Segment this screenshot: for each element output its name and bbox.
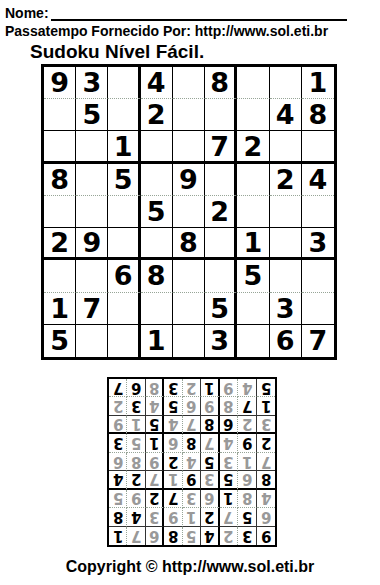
solution-given-digit: 1	[149, 434, 159, 452]
solution-solved-digit: 3	[186, 490, 196, 508]
solution-solved-digit: 4	[186, 453, 196, 471]
cell-r5c5[interactable]	[173, 196, 205, 228]
cell-r9c8: 6	[270, 325, 302, 357]
solution-given-digit: 6	[223, 416, 233, 433]
solution-given-digit: 3	[131, 397, 141, 415]
solution-given-digit: 9	[186, 471, 196, 488]
page-title: Sudoku Nível Fácil.	[30, 41, 204, 63]
cell-r2c9: 8	[302, 99, 334, 131]
solution-solved-digit: 2	[223, 527, 233, 545]
provider-line: Passatempo Fornecido Por: http://www.sol…	[5, 23, 328, 40]
solution-cell-r5c6: 5	[201, 453, 219, 471]
cell-r8c3[interactable]	[108, 293, 140, 325]
cell-r1c4: 4	[141, 67, 173, 99]
solution-solved-digit: 8	[149, 379, 159, 397]
cell-r5c9[interactable]	[302, 196, 334, 228]
given-digit: 4	[308, 164, 327, 195]
cell-r4c9: 4	[302, 164, 334, 196]
given-digit: 2	[147, 99, 166, 130]
given-digit: 1	[308, 67, 327, 98]
cell-r3c3: 1	[108, 131, 140, 163]
solution-cell-r5c1: 6	[109, 453, 127, 471]
solution-given-digit: 8	[204, 416, 214, 433]
solution-cell-r9c1: 1	[109, 527, 127, 545]
cell-r7c9[interactable]	[302, 260, 334, 292]
cell-r1c5[interactable]	[173, 67, 205, 99]
cell-r5c3[interactable]	[108, 196, 140, 228]
solution-given-digit: 8	[168, 527, 178, 545]
solution-solved-digit: 2	[242, 416, 252, 433]
solution-cell-r8c8: 5	[238, 508, 256, 526]
solution-given-digit: 2	[261, 434, 271, 452]
solution-cell-r2c6: 9	[201, 397, 219, 415]
solution-cell-r1c8: 4	[238, 379, 256, 397]
solution-given-digit: 1	[113, 527, 123, 545]
solution-cell-r6c5: 9	[183, 471, 201, 489]
given-digit: 4	[276, 99, 295, 130]
solution-solved-digit: 1	[168, 471, 178, 488]
solution-cell-r7c2: 9	[127, 490, 145, 508]
solution-cell-r9c3: 6	[146, 527, 164, 545]
cell-r4c7[interactable]	[237, 164, 269, 196]
cell-r8c2: 7	[76, 293, 108, 325]
cell-r5c6: 2	[205, 196, 237, 228]
solution-solved-digit: 5	[186, 527, 196, 545]
given-digit: 8	[50, 164, 69, 195]
given-digit: 8	[210, 67, 229, 98]
cell-r3c7: 2	[237, 131, 269, 163]
cell-r3c9[interactable]	[302, 131, 334, 163]
solution-cell-r1c5: 2	[183, 379, 201, 397]
solution-cell-r2c8: 7	[238, 397, 256, 415]
solution-solved-digit: 7	[149, 471, 159, 488]
given-digit: 9	[50, 67, 69, 98]
solution-solved-digit: 5	[131, 434, 141, 452]
cell-r4c3: 5	[108, 164, 140, 196]
solution-cell-r7c3: 2	[146, 490, 164, 508]
given-digit: 1	[50, 293, 69, 324]
solution-cell-r1c4: 3	[164, 379, 182, 397]
cell-r1c1: 9	[44, 67, 76, 99]
cell-r6c8[interactable]	[270, 228, 302, 260]
solution-solved-digit: 7	[204, 434, 214, 452]
given-digit: 2	[276, 164, 295, 195]
given-digit: 5	[244, 260, 263, 291]
given-digit: 2	[210, 196, 229, 227]
solution-given-digit: 5	[261, 379, 271, 397]
solution-cell-r9c9: 9	[257, 527, 275, 545]
solution-cell-r2c9: 1	[257, 397, 275, 415]
solution-cell-r3c3: 5	[146, 416, 164, 434]
solution-given-digit: 5	[149, 416, 159, 433]
solution-given-digit: 3	[168, 379, 178, 397]
solution-cell-r6c4: 1	[164, 471, 182, 489]
solution-cell-r1c1: 7	[109, 379, 127, 397]
solution-cell-r6c6: 3	[201, 471, 219, 489]
solution-cell-r6c7: 5	[220, 471, 238, 489]
cell-r7c2[interactable]	[76, 260, 108, 292]
given-digit: 1	[114, 131, 133, 161]
cell-r2c6[interactable]	[205, 99, 237, 131]
cell-r2c1[interactable]	[44, 99, 76, 131]
solution-cell-r6c1: 4	[109, 471, 127, 489]
given-digit: 3	[210, 325, 229, 356]
given-digit: 8	[147, 260, 166, 291]
cell-r3c2[interactable]	[76, 131, 108, 163]
cell-r8c7[interactable]	[237, 293, 269, 325]
solution-cell-r7c1: 5	[109, 490, 127, 508]
cell-r6c2: 9	[76, 228, 108, 260]
solution-cell-r8c9: 6	[257, 508, 275, 526]
solution-solved-digit: 8	[131, 453, 141, 471]
solution-given-digit: 4	[113, 471, 123, 488]
solution-cell-r6c2: 2	[127, 471, 145, 489]
solution-cell-r9c4: 8	[164, 527, 182, 545]
solution-given-digit: 4	[204, 527, 214, 545]
solution-given-digit: 8	[261, 471, 271, 488]
solution-cell-r5c9: 7	[257, 453, 275, 471]
solution-given-digit: 3	[113, 434, 123, 452]
cell-r9c4: 1	[141, 325, 173, 357]
solution-solved-digit: 1	[186, 508, 196, 526]
cell-r2c8: 4	[270, 99, 302, 131]
solution-given-digit: 5	[168, 397, 178, 415]
solution-given-digit: 7	[113, 379, 123, 397]
solution-cell-r9c6: 4	[201, 527, 219, 545]
cell-r3c6: 7	[205, 131, 237, 163]
solution-cell-r3c8: 2	[238, 416, 256, 434]
solution-solved-digit: 4	[261, 490, 271, 508]
cell-r4c5: 9	[173, 164, 205, 196]
cell-r6c5: 8	[173, 228, 205, 260]
solution-cell-r9c2: 7	[127, 527, 145, 545]
solution-cell-r3c5: 7	[183, 416, 201, 434]
cell-r7c6[interactable]	[205, 260, 237, 292]
given-digit: 7	[82, 293, 101, 324]
solution-given-digit: 2	[131, 471, 141, 488]
name-underline[interactable]	[51, 4, 347, 21]
given-digit: 5	[147, 196, 166, 227]
solution-cell-r8c3: 3	[146, 508, 164, 526]
solution-cell-r3c6: 8	[201, 416, 219, 434]
given-digit: 4	[147, 67, 166, 98]
solution-cell-r4c8: 9	[238, 434, 256, 452]
cell-r5c4: 5	[141, 196, 173, 228]
solution-cell-r8c5: 1	[183, 508, 201, 526]
solution-cell-r4c2: 5	[127, 434, 145, 452]
solution-solved-digit: 7	[131, 527, 141, 545]
solution-cell-r3c9: 3	[257, 416, 275, 434]
solution-cell-r5c7: 3	[220, 453, 238, 471]
cell-r5c2[interactable]	[76, 196, 108, 228]
cell-r5c1[interactable]	[44, 196, 76, 228]
solution-cell-r8c7: 7	[220, 508, 238, 526]
solution-cell-r5c2: 8	[127, 453, 145, 471]
given-digit: 5	[82, 99, 101, 130]
cell-r2c4: 2	[141, 99, 173, 131]
cell-r8c6: 5	[205, 293, 237, 325]
solution-given-digit: 5	[242, 508, 252, 526]
given-digit: 2	[244, 131, 263, 161]
cell-r7c5[interactable]	[173, 260, 205, 292]
solution-cell-r3c7: 6	[220, 416, 238, 434]
solution-grid: 7683219452345698719154786233516874926892…	[107, 377, 277, 547]
solution-cell-r7c9: 4	[257, 490, 275, 508]
solution-solved-digit: 9	[113, 416, 123, 433]
solution-cell-r7c8: 8	[238, 490, 256, 508]
solution-given-digit: 5	[223, 471, 233, 488]
solution-solved-digit: 4	[168, 416, 178, 433]
cell-r7c3: 6	[108, 260, 140, 292]
solution-given-digit: 9	[242, 434, 252, 452]
solution-given-digit: 7	[168, 490, 178, 508]
cell-r2c3[interactable]	[108, 99, 140, 131]
solution-given-digit: 8	[186, 434, 196, 452]
given-digit: 3	[82, 67, 101, 98]
solution-solved-digit: 2	[113, 397, 123, 415]
cell-r2c2: 5	[76, 99, 108, 131]
puzzle-grid: 934815248172859245229813685175351367	[41, 64, 337, 360]
cell-r8c4[interactable]	[141, 293, 173, 325]
solution-solved-digit: 3	[223, 453, 233, 471]
cell-r8c1: 1	[44, 293, 76, 325]
solution-solved-digit: 6	[149, 527, 159, 545]
cell-r3c1[interactable]	[44, 131, 76, 163]
solution-solved-digit: 8	[242, 490, 252, 508]
cell-r4c8: 2	[270, 164, 302, 196]
solution-solved-digit: 1	[131, 416, 141, 433]
solution-given-digit: 8	[113, 508, 123, 526]
given-digit: 5	[114, 164, 133, 195]
solution-cell-r9c5: 5	[183, 527, 201, 545]
solution-cell-r1c7: 9	[220, 379, 238, 397]
solution-solved-digit: 4	[223, 434, 233, 452]
solution-cell-r3c1: 9	[109, 416, 127, 434]
solution-solved-digit: 6	[186, 397, 196, 415]
given-digit: 3	[276, 293, 295, 324]
solution-cell-r4c9: 2	[257, 434, 275, 452]
cell-r2c7[interactable]	[237, 99, 269, 131]
solution-cell-r7c7: 1	[220, 490, 238, 508]
solution-cell-r4c7: 4	[220, 434, 238, 452]
solution-cell-r8c6: 2	[201, 508, 219, 526]
solution-solved-digit: 3	[261, 416, 271, 433]
solution-given-digit: 7	[242, 397, 252, 415]
solution-solved-digit: 4	[242, 379, 252, 397]
cell-r4c1: 8	[44, 164, 76, 196]
given-digit: 7	[210, 131, 229, 161]
solution-solved-digit: 6	[261, 508, 271, 526]
solution-cell-r4c6: 7	[201, 434, 219, 452]
given-digit: 6	[114, 260, 133, 291]
sudoku-page: Nome: Passatempo Fornecido Por: http://w…	[0, 0, 380, 585]
given-digit: 1	[244, 228, 263, 258]
cell-r1c2: 3	[76, 67, 108, 99]
cell-r9c7[interactable]	[237, 325, 269, 357]
cell-r7c8[interactable]	[270, 260, 302, 292]
cell-r3c4[interactable]	[141, 131, 173, 163]
given-digit: 9	[179, 164, 198, 195]
cell-r1c3[interactable]	[108, 67, 140, 99]
given-digit: 7	[308, 325, 327, 356]
solution-cell-r2c7: 8	[220, 397, 238, 415]
solution-cell-r6c9: 8	[257, 471, 275, 489]
solution-given-digit: 2	[204, 508, 214, 526]
solution-solved-digit: 6	[113, 453, 123, 471]
solution-cell-r1c2: 6	[127, 379, 145, 397]
given-digit: 8	[308, 99, 327, 130]
given-digit: 5	[210, 293, 229, 324]
cell-r9c1: 5	[44, 325, 76, 357]
given-digit: 5	[50, 325, 69, 356]
solution-given-digit: 1	[204, 379, 214, 397]
solution-solved-digit: 6	[168, 434, 178, 452]
solution-solved-digit: 9	[223, 379, 233, 397]
solution-cell-r5c8: 1	[238, 453, 256, 471]
name-label: Nome:	[5, 5, 49, 21]
name-row: Nome:	[5, 4, 347, 21]
solution-given-digit: 1	[223, 490, 233, 508]
solution-solved-digit: 7	[223, 508, 233, 526]
solution-given-digit: 2	[168, 453, 178, 471]
solution-cell-r8c1: 8	[109, 508, 127, 526]
solution-cell-r1c9: 5	[257, 379, 275, 397]
cell-r4c2[interactable]	[76, 164, 108, 196]
solution-cell-r4c5: 8	[183, 434, 201, 452]
solution-solved-digit: 4	[149, 397, 159, 415]
solution-cell-r5c3: 9	[146, 453, 164, 471]
cell-r3c5[interactable]	[173, 131, 205, 163]
solution-given-digit: 1	[261, 397, 271, 415]
solution-cell-r2c4: 5	[164, 397, 182, 415]
cell-r8c5[interactable]	[173, 293, 205, 325]
cell-r2c5[interactable]	[173, 99, 205, 131]
solution-cell-r4c4: 6	[164, 434, 182, 452]
given-digit: 6	[276, 325, 295, 356]
cell-r6c9: 3	[302, 228, 334, 260]
solution-solved-digit: 9	[149, 453, 159, 471]
solution-cell-r9c7: 2	[220, 527, 238, 545]
solution-solved-digit: 7	[261, 453, 271, 471]
cell-r7c4: 8	[141, 260, 173, 292]
cell-r1c6: 8	[205, 67, 237, 99]
solution-cell-r5c5: 4	[183, 453, 201, 471]
cell-r8c8: 3	[270, 293, 302, 325]
cell-r6c4[interactable]	[141, 228, 173, 260]
cell-r6c1: 2	[44, 228, 76, 260]
cell-r9c9: 7	[302, 325, 334, 357]
cell-r9c3[interactable]	[108, 325, 140, 357]
solution-cell-r2c1: 2	[109, 397, 127, 415]
copyright-text: Copyright © http://www.sol.eti.br	[0, 557, 380, 576]
solution-solved-digit: 6	[204, 490, 214, 508]
solution-solved-digit: 6	[242, 471, 252, 488]
given-digit: 9	[82, 228, 101, 258]
solution-cell-r6c3: 7	[146, 471, 164, 489]
solution-solved-digit: 9	[168, 508, 178, 526]
solution-given-digit: 5	[204, 453, 214, 471]
solution-cell-r3c4: 4	[164, 416, 182, 434]
solution-cell-r2c5: 6	[183, 397, 201, 415]
solution-given-digit: 6	[131, 379, 141, 397]
cell-r4c4[interactable]	[141, 164, 173, 196]
solution-cell-r3c2: 1	[127, 416, 145, 434]
solution-cell-r2c2: 3	[127, 397, 145, 415]
given-digit: 1	[147, 325, 166, 356]
cell-r9c5[interactable]	[173, 325, 205, 357]
solution-solved-digit: 3	[149, 508, 159, 526]
solution-cell-r7c4: 7	[164, 490, 182, 508]
solution-solved-digit: 5	[113, 490, 123, 508]
cell-r1c9: 1	[302, 67, 334, 99]
cell-r4c6[interactable]	[205, 164, 237, 196]
solution-solved-digit: 3	[204, 471, 214, 488]
cell-r9c2[interactable]	[76, 325, 108, 357]
solution-cell-r8c2: 4	[127, 508, 145, 526]
cell-r3c8[interactable]	[270, 131, 302, 163]
cell-r6c3[interactable]	[108, 228, 140, 260]
cell-r7c1[interactable]	[44, 260, 76, 292]
solution-given-digit: 4	[131, 508, 141, 526]
solution-cell-r7c6: 6	[201, 490, 219, 508]
cell-r1c7[interactable]	[237, 67, 269, 99]
solution-solved-digit: 2	[186, 379, 196, 397]
solution-given-digit: 2	[149, 490, 159, 508]
solution-solved-digit: 8	[223, 397, 233, 415]
solution-solved-digit: 1	[242, 453, 252, 471]
solution-cell-r9c8: 3	[238, 527, 256, 545]
solution-cell-r7c5: 3	[183, 490, 201, 508]
solution-cell-r4c1: 3	[109, 434, 127, 452]
solution-cell-r2c3: 4	[146, 397, 164, 415]
given-digit: 3	[308, 228, 327, 258]
solution-given-digit: 9	[261, 527, 271, 545]
solution-cell-r5c4: 2	[164, 453, 182, 471]
cell-r1c8[interactable]	[270, 67, 302, 99]
cell-r6c7: 1	[237, 228, 269, 260]
solution-solved-digit: 9	[204, 397, 214, 415]
solution-cell-r6c8: 6	[238, 471, 256, 489]
given-digit: 2	[50, 228, 69, 258]
cell-r7c7: 5	[237, 260, 269, 292]
cell-r5c7[interactable]	[237, 196, 269, 228]
cell-r8c9[interactable]	[302, 293, 334, 325]
cell-r6c6[interactable]	[205, 228, 237, 260]
cell-r5c8[interactable]	[270, 196, 302, 228]
solution-cell-r1c3: 8	[146, 379, 164, 397]
given-digit: 8	[179, 228, 198, 258]
solution-solved-digit: 7	[186, 416, 196, 433]
solution-cell-r8c4: 9	[164, 508, 182, 526]
solution-solved-digit: 9	[131, 490, 141, 508]
solution-given-digit: 3	[242, 527, 252, 545]
solution-cell-r4c3: 1	[146, 434, 164, 452]
solution-cell-r1c6: 1	[201, 379, 219, 397]
cell-r9c6: 3	[205, 325, 237, 357]
